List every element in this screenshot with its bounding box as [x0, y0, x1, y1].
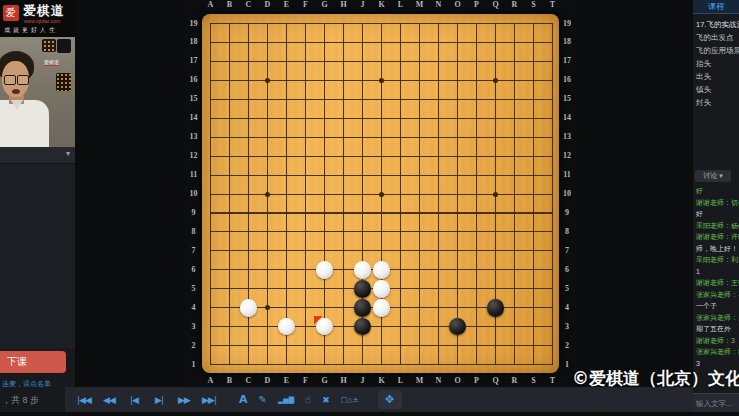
star-point-D16 — [265, 78, 270, 83]
coord-col-top-C: C — [242, 0, 256, 10]
coord-row-left-5: 5 — [187, 284, 201, 294]
coord-row-right-5: 5 — [560, 284, 574, 294]
coord-col-top-Q: Q — [489, 0, 503, 10]
chat-message-list[interactable]: 好谢谢老师：切磋好采阳老师：杨柳谢谢老师：许晗老师，晚上好！采阳老师：利利1谢谢… — [696, 185, 739, 369]
star-point-K16 — [379, 78, 384, 83]
coord-col-top-D: D — [261, 0, 275, 10]
prev-move-button[interactable]: |◀ — [125, 395, 143, 405]
black-stone-J5 — [354, 280, 372, 298]
chat-message-10: 一个子 — [696, 300, 739, 312]
coord-col-bottom-B: B — [223, 376, 237, 386]
right-sidebar: 课程 17.飞的实战运用飞的出发点飞的应用场景抬头出头镇头封头 讨论 ▾ 好谢谢… — [693, 0, 739, 412]
coord-col-bottom-P: P — [470, 376, 484, 386]
coord-row-right-4: 4 — [560, 303, 574, 313]
mic-roster-link[interactable]: 连麦，请点名单 — [2, 379, 74, 389]
chart-tool-icon[interactable]: ▂▅▇ — [278, 396, 294, 404]
coord-col-top-J: J — [356, 0, 370, 10]
coord-row-right-7: 7 — [560, 246, 574, 256]
coord-row-left-3: 3 — [187, 322, 201, 332]
teacher-mouth — [12, 89, 20, 94]
coord-col-bottom-Q: Q — [489, 376, 503, 386]
coord-col-top-A: A — [204, 0, 218, 10]
teacher-glasses-left — [4, 75, 16, 85]
black-stone-J4 — [354, 299, 372, 317]
coord-row-right-12: 12 — [560, 151, 574, 161]
chat-message-4: 谢谢老师：许晗老 — [696, 231, 739, 243]
coord-col-bottom-D: D — [261, 376, 275, 386]
coord-col-bottom-A: A — [204, 376, 218, 386]
coord-row-left-15: 15 — [187, 94, 201, 104]
coord-row-left-17: 17 — [187, 56, 201, 66]
tab-course[interactable]: 课程 — [693, 0, 739, 14]
left-sidebar: 爱 爱棋道 www.iqidao.com 成就更好人生 爱棋道 ▾ 下课 连麦，… — [0, 0, 75, 412]
coord-row-left-13: 13 — [187, 132, 201, 142]
clear-tool-icon[interactable]: ✖ — [322, 395, 330, 405]
brand-header: 爱 爱棋道 www.iqidao.com 成就更好人生 — [0, 0, 75, 37]
coord-row-left-4: 4 — [187, 303, 201, 313]
star-point-Q16 — [493, 78, 498, 83]
chat-message-1: 谢谢老师：切磋 — [696, 197, 739, 209]
outline-item-5[interactable]: 镇头 — [696, 83, 739, 96]
go-first-button[interactable]: |◀◀ — [75, 395, 93, 405]
coord-col-top-R: R — [508, 0, 522, 10]
coord-col-bottom-O: O — [451, 376, 465, 386]
star-point-Q10 — [493, 192, 498, 197]
coord-col-top-T: T — [546, 0, 560, 10]
coord-col-bottom-T: T — [546, 376, 560, 386]
coord-row-left-6: 6 — [187, 265, 201, 275]
coord-col-top-L: L — [394, 0, 408, 10]
coord-row-right-3: 3 — [560, 322, 574, 332]
star-point-D10 — [265, 192, 270, 197]
video-source-select[interactable]: ▾ — [0, 147, 75, 164]
chat-message-5: 师，晚上好！ — [696, 243, 739, 255]
coord-row-left-10: 10 — [187, 189, 201, 199]
coord-row-right-8: 8 — [560, 227, 574, 237]
coord-row-right-19: 19 — [560, 19, 574, 29]
white-stone-C4 — [240, 299, 258, 317]
chat-message-11: 张家兴老师：差 — [696, 312, 739, 324]
coord-col-bottom-H: H — [337, 376, 351, 386]
outline-item-3[interactable]: 抬头 — [696, 57, 739, 70]
coord-col-top-E: E — [280, 0, 294, 10]
coord-row-left-7: 7 — [187, 246, 201, 256]
end-class-button[interactable]: 下课 — [0, 351, 66, 373]
brush-tool-icon[interactable]: ✎ — [259, 394, 267, 405]
coord-col-bottom-F: F — [299, 376, 313, 386]
coord-col-bottom-L: L — [394, 376, 408, 386]
bottom-toolbar: |◀◀◀◀|◀▶|▶▶▶▶|A✎▂▅▇☝✖□△±✥ — [65, 387, 693, 412]
coord-row-right-16: 16 — [560, 75, 574, 85]
go-board[interactable] — [202, 14, 559, 373]
brand-site: www.iqidao.com — [24, 18, 60, 24]
chat-input[interactable] — [693, 393, 739, 412]
wall-decor-square — [57, 39, 71, 53]
coord-col-bottom-J: J — [356, 376, 370, 386]
coord-col-bottom-E: E — [280, 376, 294, 386]
coord-row-right-10: 10 — [560, 189, 574, 199]
coord-col-bottom-R: R — [508, 376, 522, 386]
coord-col-bottom-G: G — [318, 376, 332, 386]
coord-col-bottom-S: S — [527, 376, 541, 386]
coord-col-bottom-M: M — [413, 376, 427, 386]
coord-row-right-11: 11 — [560, 170, 574, 180]
chat-message-2: 好 — [696, 208, 739, 220]
star-point-K10 — [379, 192, 384, 197]
chat-message-3: 采阳老师：杨柳 — [696, 220, 739, 232]
white-stone-K6 — [373, 261, 391, 279]
chat-message-8: 谢谢老师：王萌 — [696, 277, 739, 289]
notes-panel — [0, 164, 75, 348]
coord-col-bottom-C: C — [242, 376, 256, 386]
coord-col-top-H: H — [337, 0, 351, 10]
wall-logo-text: 爱棋道 — [44, 59, 59, 66]
coord-row-right-17: 17 — [560, 56, 574, 66]
coord-row-right-13: 13 — [560, 132, 574, 142]
white-stone-K5 — [373, 280, 391, 298]
coord-row-left-9: 9 — [187, 208, 201, 218]
coord-row-right-2: 2 — [560, 341, 574, 351]
last-move-marker-icon — [314, 316, 323, 325]
outline-item-1[interactable]: 飞的出发点 — [696, 31, 739, 44]
coord-col-top-P: P — [470, 0, 484, 10]
coord-col-bottom-N: N — [432, 376, 446, 386]
chat-message-7: 1 — [696, 266, 739, 278]
coord-col-top-M: M — [413, 0, 427, 10]
brand-seal-icon: 爱 — [3, 5, 19, 21]
discussion-dropdown[interactable]: 讨论 ▾ — [695, 170, 731, 182]
coord-row-left-11: 11 — [187, 170, 201, 180]
white-stone-G6 — [316, 261, 334, 279]
go-last-button[interactable]: ▶▶| — [200, 395, 218, 405]
coord-col-top-S: S — [527, 0, 541, 10]
chat-message-13: 谢谢老师：3 — [696, 335, 739, 347]
coord-row-left-12: 12 — [187, 151, 201, 161]
coord-col-top-K: K — [375, 0, 389, 10]
coord-row-left-16: 16 — [187, 75, 201, 85]
coord-row-right-9: 9 — [560, 208, 574, 218]
outline-item-6[interactable]: 封头 — [696, 96, 739, 109]
outline-item-0[interactable]: 17.飞的实战运用 — [696, 18, 739, 31]
coord-row-left-8: 8 — [187, 227, 201, 237]
coord-row-right-18: 18 — [560, 37, 574, 47]
chat-message-6: 采阳老师：利利 — [696, 254, 739, 266]
markers-tool-icon[interactable]: □△± — [341, 396, 359, 404]
teacher-glasses-right — [17, 75, 29, 85]
chat-message-12: 期了五在外 — [696, 323, 739, 335]
white-stone-K4 — [373, 299, 391, 317]
chat-message-9: 张家兴老师：马上 — [696, 289, 739, 301]
coord-row-right-15: 15 — [560, 94, 574, 104]
lesson-outline: 17.飞的实战运用飞的出发点飞的应用场景抬头出头镇头封头 — [696, 18, 739, 109]
coord-row-right-6: 6 — [560, 265, 574, 275]
coord-row-left-2: 2 — [187, 341, 201, 351]
chat-message-0: 好 — [696, 185, 739, 197]
coord-col-top-O: O — [451, 0, 465, 10]
coord-col-bottom-K: K — [375, 376, 389, 386]
outline-item-4[interactable]: 出头 — [696, 70, 739, 83]
teacher-shirt — [0, 100, 49, 147]
caret-down-icon: ▾ — [66, 149, 70, 158]
fullscreen-icon[interactable]: ✥ — [378, 390, 402, 409]
coord-col-top-N: N — [432, 0, 446, 10]
coord-col-top-B: B — [223, 0, 237, 10]
brand-slogan: 成就更好人生 — [4, 26, 58, 35]
fast-back-button[interactable]: ◀◀ — [100, 395, 118, 405]
coord-col-top-F: F — [299, 0, 313, 10]
total-steps-label: ，共 8 步 — [2, 394, 74, 407]
teacher-webcam-video[interactable]: 爱棋道 — [0, 37, 75, 147]
coord-row-left-1: 1 — [187, 360, 201, 370]
app-window: 爱 爱棋道 www.iqidao.com 成就更好人生 爱棋道 ▾ 下课 连麦，… — [0, 0, 739, 416]
coord-col-top-G: G — [318, 0, 332, 10]
fast-forward-button[interactable]: ▶▶ — [175, 395, 193, 405]
wall-decor-dots — [42, 39, 56, 52]
text-tool-icon[interactable]: A — [239, 393, 248, 406]
coord-row-left-18: 18 — [187, 37, 201, 47]
wall-decor-square-2 — [56, 73, 71, 91]
hand-tool-icon[interactable]: ☝ — [305, 394, 311, 405]
outline-item-2[interactable]: 飞的应用场景 — [696, 44, 739, 57]
chat-message-14: 张家兴老师：给 — [696, 346, 739, 358]
white-stone-J6 — [354, 261, 372, 279]
copyright-watermark: ©爱棋道（北京）文化传播 — [572, 367, 739, 390]
next-move-button[interactable]: ▶| — [150, 395, 168, 405]
black-stone-Q4 — [487, 299, 505, 317]
coord-row-left-19: 19 — [187, 19, 201, 29]
coord-row-right-14: 14 — [560, 113, 574, 123]
coord-row-left-14: 14 — [187, 113, 201, 123]
board-area: AABBCCDDEEFFGGHHJJKKLLMMNNOOPPQQRRSSTT11… — [185, 0, 580, 412]
